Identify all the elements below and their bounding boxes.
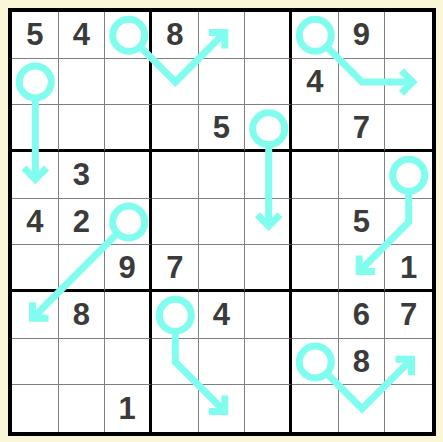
given-digit: 5 (213, 112, 230, 143)
given-digit: 5 (353, 206, 370, 237)
cell-r1c6[interactable] (245, 12, 292, 59)
cell-r1c4[interactable]: 8 (152, 12, 199, 59)
cell-r2c8[interactable] (339, 59, 386, 106)
cell-r6c8[interactable] (339, 245, 386, 292)
cell-r8c4[interactable] (152, 339, 199, 386)
cell-r4c1[interactable] (12, 152, 59, 199)
cell-r9c5[interactable] (199, 385, 246, 432)
cell-r7c6[interactable] (245, 292, 292, 339)
cell-r9c4[interactable] (152, 385, 199, 432)
cell-r3c1[interactable] (12, 105, 59, 152)
cell-r5c4[interactable] (152, 199, 199, 246)
given-digit: 9 (353, 19, 370, 50)
given-digit: 7 (400, 299, 417, 330)
cell-r6c9[interactable]: 1 (385, 245, 432, 292)
cell-r5c8[interactable]: 5 (339, 199, 386, 246)
given-digit: 8 (73, 299, 90, 330)
cell-r8c2[interactable] (59, 339, 106, 386)
cell-r1c7[interactable] (292, 12, 339, 59)
cell-r3c2[interactable] (59, 105, 106, 152)
cell-r1c9[interactable] (385, 12, 432, 59)
given-digit: 8 (353, 346, 370, 377)
cell-r4c6[interactable] (245, 152, 292, 199)
cell-r4c5[interactable] (199, 152, 246, 199)
given-digit: 4 (213, 299, 230, 330)
cell-r5c5[interactable] (199, 199, 246, 246)
cell-r6c4[interactable]: 7 (152, 245, 199, 292)
cell-r9c3[interactable]: 1 (105, 385, 152, 432)
cell-r3c3[interactable] (105, 105, 152, 152)
cell-r7c2[interactable]: 8 (59, 292, 106, 339)
cell-r3c9[interactable] (385, 105, 432, 152)
cell-r5c1[interactable]: 4 (12, 199, 59, 246)
cell-r7c9[interactable]: 7 (385, 292, 432, 339)
cell-r9c8[interactable] (339, 385, 386, 432)
cell-r2c2[interactable] (59, 59, 106, 106)
cell-r2c9[interactable] (385, 59, 432, 106)
cell-r7c7[interactable] (292, 292, 339, 339)
cell-r8c7[interactable] (292, 339, 339, 386)
cell-r1c1[interactable]: 5 (12, 12, 59, 59)
cell-r6c3[interactable]: 9 (105, 245, 152, 292)
cell-r9c6[interactable] (245, 385, 292, 432)
cell-r4c2[interactable]: 3 (59, 152, 106, 199)
cell-r3c8[interactable]: 7 (339, 105, 386, 152)
cell-r3c4[interactable] (152, 105, 199, 152)
cell-r6c5[interactable] (199, 245, 246, 292)
cell-r5c6[interactable] (245, 199, 292, 246)
given-digit: 5 (26, 19, 43, 50)
cell-r8c9[interactable] (385, 339, 432, 386)
given-digit: 8 (166, 19, 183, 50)
cell-r9c2[interactable] (59, 385, 106, 432)
cell-r8c6[interactable] (245, 339, 292, 386)
cell-r8c5[interactable] (199, 339, 246, 386)
cell-r6c6[interactable] (245, 245, 292, 292)
cell-r5c9[interactable] (385, 199, 432, 246)
puzzle-page: 54894573425971846781 (0, 0, 443, 442)
cell-r5c3[interactable] (105, 199, 152, 246)
cell-r9c1[interactable] (12, 385, 59, 432)
given-digit: 1 (400, 252, 417, 283)
cell-r2c7[interactable]: 4 (292, 59, 339, 106)
cell-r9c9[interactable] (385, 385, 432, 432)
cell-r1c2[interactable]: 4 (59, 12, 106, 59)
cell-r8c3[interactable] (105, 339, 152, 386)
cell-r4c8[interactable] (339, 152, 386, 199)
cell-r4c3[interactable] (105, 152, 152, 199)
cell-r7c8[interactable]: 6 (339, 292, 386, 339)
cell-r8c8[interactable]: 8 (339, 339, 386, 386)
cell-r4c7[interactable] (292, 152, 339, 199)
sudoku-board: 54894573425971846781 (8, 8, 436, 436)
cell-r3c6[interactable] (245, 105, 292, 152)
given-digit: 7 (166, 252, 183, 283)
cell-r5c7[interactable] (292, 199, 339, 246)
cell-r5c2[interactable]: 2 (59, 199, 106, 246)
cell-r1c5[interactable] (199, 12, 246, 59)
cell-r2c6[interactable] (245, 59, 292, 106)
given-digit: 3 (73, 159, 90, 190)
given-digit: 4 (306, 66, 323, 97)
cell-r6c7[interactable] (292, 245, 339, 292)
cell-r2c3[interactable] (105, 59, 152, 106)
cell-r1c8[interactable]: 9 (339, 12, 386, 59)
cell-r2c1[interactable] (12, 59, 59, 106)
cell-r3c7[interactable] (292, 105, 339, 152)
cell-r1c3[interactable] (105, 12, 152, 59)
cell-r7c4[interactable] (152, 292, 199, 339)
cell-r8c1[interactable] (12, 339, 59, 386)
cell-r7c1[interactable] (12, 292, 59, 339)
cell-r6c2[interactable] (59, 245, 106, 292)
given-digit: 4 (26, 206, 43, 237)
cell-r7c3[interactable] (105, 292, 152, 339)
cell-r4c9[interactable] (385, 152, 432, 199)
cell-r2c5[interactable] (199, 59, 246, 106)
given-digit: 1 (119, 393, 136, 424)
given-digit: 4 (73, 19, 90, 50)
cell-r4c4[interactable] (152, 152, 199, 199)
given-digit: 6 (353, 299, 370, 330)
cell-r2c4[interactable] (152, 59, 199, 106)
cell-r6c1[interactable] (12, 245, 59, 292)
given-digit: 2 (73, 206, 90, 237)
given-digit: 9 (119, 252, 136, 283)
cell-r9c7[interactable] (292, 385, 339, 432)
cell-r7c5[interactable]: 4 (199, 292, 246, 339)
given-digit: 7 (353, 112, 370, 143)
cell-r3c5[interactable]: 5 (199, 105, 246, 152)
